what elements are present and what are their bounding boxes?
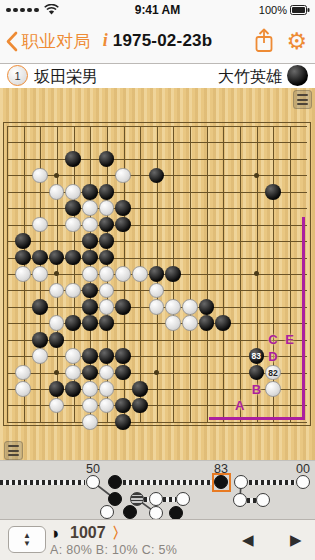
white-stone	[265, 381, 281, 397]
settings-gear-icon[interactable]: ⚙	[286, 28, 307, 54]
collapsed-moves-dash	[0, 480, 85, 485]
white-stone	[32, 168, 48, 184]
star-point	[54, 173, 59, 178]
variation-node-white[interactable]	[100, 505, 114, 519]
game-count: 1007	[70, 524, 106, 542]
black-stone	[65, 200, 81, 216]
black-stone	[82, 233, 98, 249]
disclosure-chevron-icon[interactable]: 〉	[112, 524, 127, 543]
black-stone	[99, 151, 115, 167]
white-stone	[82, 414, 98, 430]
black-stone	[115, 200, 131, 216]
white-stone-move-82: 82	[265, 365, 281, 381]
black-stone	[115, 398, 131, 414]
white-stone	[165, 299, 181, 315]
black-stone	[65, 315, 81, 331]
variation-node-hatched[interactable]	[130, 492, 144, 506]
battery-percent: 100%	[259, 4, 287, 16]
black-stone	[32, 299, 48, 315]
black-stone	[99, 184, 115, 200]
white-stone	[149, 299, 165, 315]
variation-node-black[interactable]	[108, 492, 122, 506]
variation-node-white[interactable]	[233, 493, 247, 507]
variation-letter-E[interactable]: E	[281, 332, 299, 347]
black-stone	[32, 250, 48, 266]
collapsed-moves-dash	[249, 480, 295, 485]
black-stone	[32, 332, 48, 348]
move-node-white[interactable]	[86, 475, 100, 489]
black-player-name: 大竹英雄	[218, 67, 282, 88]
black-stone	[82, 283, 98, 299]
black-stone	[115, 414, 131, 430]
white-stone	[82, 381, 98, 397]
white-stone	[82, 266, 98, 282]
move-tree[interactable]: 508300	[0, 460, 315, 519]
share-icon[interactable]	[254, 28, 274, 54]
white-stone	[99, 266, 115, 282]
variation-node-black[interactable]	[123, 505, 137, 519]
variation-node-white[interactable]	[149, 506, 163, 519]
move-node-white[interactable]	[234, 475, 248, 489]
variation-node-white[interactable]	[256, 493, 270, 507]
bottom-toolbar: ▲▼ ◑ 1007 〉 A: 80% B: 10% C: 5% ◀ ▶	[0, 519, 315, 560]
black-stone	[82, 184, 98, 200]
move-number-label-50: 50	[78, 462, 108, 476]
move-stepper[interactable]: ▲▼	[8, 526, 46, 553]
white-stone	[82, 398, 98, 414]
black-stone	[82, 315, 98, 331]
star-point	[254, 173, 259, 178]
black-stone	[149, 266, 165, 282]
black-stone	[65, 151, 81, 167]
collapsed-moves-dash	[123, 480, 212, 485]
page-title: 1975-02-23b	[113, 31, 213, 50]
white-stone	[65, 184, 81, 200]
black-stone	[65, 381, 81, 397]
white-stone	[182, 315, 198, 331]
white-stone	[182, 299, 198, 315]
black-stone	[82, 250, 98, 266]
variation-node-white[interactable]	[149, 492, 163, 506]
board-menu-button-bottom[interactable]	[4, 441, 23, 460]
black-stone	[265, 184, 281, 200]
black-stone	[82, 299, 98, 315]
white-stone	[65, 348, 81, 364]
white-stone	[15, 381, 31, 397]
white-stone	[165, 315, 181, 331]
white-player-name: 坂田栄男	[34, 67, 98, 88]
variation-node-white[interactable]	[176, 492, 190, 506]
battery-icon	[290, 5, 310, 15]
variation-node-black[interactable]	[169, 506, 183, 519]
status-bar: 9:41 AM 100%	[0, 0, 315, 20]
player-bar: 1 坂田栄男 大竹英雄	[0, 64, 315, 88]
move-node-white[interactable]	[296, 475, 310, 489]
black-stone	[49, 381, 65, 397]
prev-move-button[interactable]: ◀	[242, 531, 254, 549]
black-stone	[215, 315, 231, 331]
white-stone	[49, 184, 65, 200]
black-stone	[82, 348, 98, 364]
black-stone	[199, 315, 215, 331]
white-stone	[99, 381, 115, 397]
board-menu-button-top[interactable]	[293, 90, 312, 109]
white-stone	[132, 266, 148, 282]
info-icon[interactable]: i	[103, 30, 108, 50]
move-node-black[interactable]	[108, 475, 122, 489]
black-stone	[115, 299, 131, 315]
black-stone	[165, 266, 181, 282]
variation-letter-C[interactable]: C	[264, 332, 282, 347]
white-stone	[32, 266, 48, 282]
variation-letter-B[interactable]: B	[247, 382, 265, 397]
white-stone	[15, 266, 31, 282]
white-stone	[115, 266, 131, 282]
nav-bar: 职业对局 i1975-02-23b ⚙	[0, 20, 315, 64]
black-stone	[132, 398, 148, 414]
black-stone	[99, 348, 115, 364]
white-stone	[99, 299, 115, 315]
black-stone	[49, 332, 65, 348]
white-stone	[99, 200, 115, 216]
result-half-circle-icon: ◑	[49, 524, 59, 544]
move-number-label-83: 83	[206, 462, 236, 476]
white-stone	[65, 283, 81, 299]
go-board[interactable]: 8382ABCDE	[0, 88, 315, 460]
black-stone	[199, 299, 215, 315]
white-stone	[32, 348, 48, 364]
move-node-black[interactable]	[214, 475, 228, 489]
variation-letter-D[interactable]: D	[264, 349, 282, 364]
black-stone	[82, 365, 98, 381]
black-stone	[132, 381, 148, 397]
white-stone	[115, 168, 131, 184]
black-stone	[115, 348, 131, 364]
black-player-stone-icon	[287, 65, 308, 86]
variation-stats: A: 80% B: 10% C: 5%	[50, 543, 177, 557]
next-move-button[interactable]: ▶	[290, 531, 302, 549]
black-stone	[99, 233, 115, 249]
collapsed-moves-dash	[163, 497, 176, 502]
black-stone	[15, 233, 31, 249]
collapsed-moves-dash	[247, 498, 256, 503]
white-stone	[82, 217, 98, 233]
white-player-badge: 1	[7, 65, 28, 86]
star-point	[154, 370, 159, 375]
white-stone	[82, 200, 98, 216]
variation-letter-A[interactable]: A	[231, 398, 249, 413]
white-stone	[32, 217, 48, 233]
move-number-label-00: 00	[288, 462, 315, 476]
black-stone-move-83: 83	[249, 348, 265, 364]
